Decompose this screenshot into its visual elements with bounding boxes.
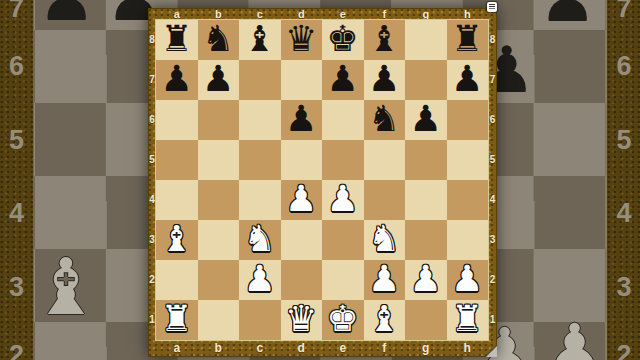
piece-white-pawn-c2[interactable]: ♟ bbox=[244, 259, 276, 299]
square-d7[interactable] bbox=[281, 60, 323, 100]
chess-board: abcdefgh abcdefgh 87654321 87654321 ♜♞♝♛… bbox=[148, 8, 497, 357]
square-f7[interactable]: ♟ bbox=[364, 60, 406, 100]
rank-label-right-5: 5 bbox=[488, 140, 497, 180]
square-h5[interactable] bbox=[447, 140, 489, 180]
square-b7[interactable]: ♟ bbox=[198, 60, 240, 100]
square-g4[interactable] bbox=[405, 180, 447, 220]
square-g2[interactable]: ♟ bbox=[405, 260, 447, 300]
square-h1[interactable]: ♜ bbox=[447, 300, 489, 340]
file-label-bottom-d: d bbox=[281, 340, 323, 357]
square-a2[interactable] bbox=[156, 260, 198, 300]
file-label-bottom-a: a bbox=[156, 340, 198, 357]
bg-black-pawn-h7: ♟ bbox=[539, 0, 596, 31]
resize-grip-icon[interactable] bbox=[486, 346, 497, 357]
piece-black-queen-d8[interactable]: ♛ bbox=[285, 19, 317, 59]
file-label-top-g: g bbox=[405, 8, 447, 20]
square-g7[interactable] bbox=[405, 60, 447, 100]
piece-white-bishop-a3[interactable]: ♝ bbox=[161, 219, 193, 259]
square-h7[interactable]: ♟ bbox=[447, 60, 489, 100]
bg-black-pawn-a7: ♟ bbox=[38, 0, 95, 30]
square-f5[interactable] bbox=[364, 140, 406, 180]
square-c2[interactable]: ♟ bbox=[239, 260, 281, 300]
piece-white-king-e1[interactable]: ♚ bbox=[327, 299, 359, 339]
square-d3[interactable] bbox=[281, 220, 323, 260]
file-label-bottom-h: h bbox=[447, 340, 489, 357]
piece-white-pawn-d4[interactable]: ♟ bbox=[285, 179, 317, 219]
file-label-bottom-b: b bbox=[198, 340, 240, 357]
square-c7[interactable] bbox=[239, 60, 281, 100]
piece-white-pawn-g2[interactable]: ♟ bbox=[410, 259, 442, 299]
file-label-bottom-f: f bbox=[364, 340, 406, 357]
square-b6[interactable] bbox=[198, 100, 240, 140]
bg-rank-label-right-7: 7 bbox=[607, 0, 640, 23]
square-e8[interactable]: ♚ bbox=[322, 20, 364, 60]
bg-rank-label-left-3: 3 bbox=[0, 272, 33, 302]
square-d6[interactable]: ♟ bbox=[281, 100, 323, 140]
square-h2[interactable]: ♟ bbox=[447, 260, 489, 300]
piece-black-knight-f6[interactable]: ♞ bbox=[368, 99, 400, 139]
piece-black-king-e8[interactable]: ♚ bbox=[327, 19, 359, 59]
bg-white-bishop-a3: ♝ bbox=[31, 248, 101, 326]
rank-label-right-1: 1 bbox=[488, 300, 497, 340]
file-label-bottom-g: g bbox=[405, 340, 447, 357]
rank-labels-left: 87654321 bbox=[148, 20, 156, 340]
square-h3[interactable] bbox=[447, 220, 489, 260]
piece-black-knight-b8[interactable]: ♞ bbox=[202, 19, 234, 59]
square-a8[interactable]: ♜ bbox=[156, 20, 198, 60]
rank-label-left-6: 6 bbox=[148, 100, 156, 140]
square-h6[interactable] bbox=[447, 100, 489, 140]
bg-rank-label-right-5: 5 bbox=[607, 125, 640, 155]
square-b3[interactable] bbox=[198, 220, 240, 260]
square-f3[interactable]: ♞ bbox=[364, 220, 406, 260]
square-b1[interactable] bbox=[198, 300, 240, 340]
square-f4[interactable] bbox=[364, 180, 406, 220]
square-g3[interactable] bbox=[405, 220, 447, 260]
bg-rank-label-left-6: 6 bbox=[0, 51, 33, 81]
bg-rank-label-left-4: 4 bbox=[0, 198, 33, 228]
square-h8[interactable]: ♜ bbox=[447, 20, 489, 60]
rank-label-right-2: 2 bbox=[488, 260, 497, 300]
piece-black-pawn-h7[interactable]: ♟ bbox=[451, 59, 483, 99]
square-e5[interactable] bbox=[322, 140, 364, 180]
piece-black-rook-a8[interactable]: ♜ bbox=[161, 19, 193, 59]
square-e6[interactable] bbox=[322, 100, 364, 140]
square-e7[interactable]: ♟ bbox=[322, 60, 364, 100]
piece-black-pawn-e7[interactable]: ♟ bbox=[327, 59, 359, 99]
square-c4[interactable] bbox=[239, 180, 281, 220]
rank-label-right-7: 7 bbox=[488, 60, 497, 100]
square-c8[interactable]: ♝ bbox=[239, 20, 281, 60]
square-e2[interactable] bbox=[322, 260, 364, 300]
square-c5[interactable] bbox=[239, 140, 281, 180]
piece-black-pawn-a7[interactable]: ♟ bbox=[161, 59, 193, 99]
square-a6[interactable] bbox=[156, 100, 198, 140]
bg-white-pawn-h2: ♟ bbox=[545, 316, 604, 360]
square-f1[interactable]: ♝ bbox=[364, 300, 406, 340]
rank-label-left-1: 1 bbox=[148, 300, 156, 340]
piece-white-rook-h1[interactable]: ♜ bbox=[451, 299, 483, 339]
piece-black-bishop-c8[interactable]: ♝ bbox=[244, 19, 276, 59]
piece-white-queen-d1[interactable]: ♛ bbox=[285, 299, 317, 339]
square-g6[interactable]: ♟ bbox=[405, 100, 447, 140]
background-left-frame: 765432 bbox=[0, 0, 34, 360]
background-right-frame: 765432 bbox=[606, 0, 640, 360]
piece-white-bishop-f1[interactable]: ♝ bbox=[368, 299, 400, 339]
rank-labels-right: 87654321 bbox=[488, 20, 497, 340]
bg-rank-label-left-7: 7 bbox=[0, 0, 33, 23]
piece-black-pawn-b7[interactable]: ♟ bbox=[202, 59, 234, 99]
bg-rank-label-left-5: 5 bbox=[0, 125, 33, 155]
piece-black-pawn-d6[interactable]: ♟ bbox=[285, 99, 317, 139]
piece-white-knight-f3[interactable]: ♞ bbox=[368, 219, 400, 259]
rank-label-right-8: 8 bbox=[488, 20, 497, 60]
bg-rank-label-right-6: 6 bbox=[607, 51, 640, 81]
square-b5[interactable] bbox=[198, 140, 240, 180]
piece-white-rook-a1[interactable]: ♜ bbox=[161, 299, 193, 339]
square-e3[interactable] bbox=[322, 220, 364, 260]
square-a5[interactable] bbox=[156, 140, 198, 180]
square-g8[interactable] bbox=[405, 20, 447, 60]
bg-rank-label-right-3: 3 bbox=[607, 272, 640, 302]
square-b2[interactable] bbox=[198, 260, 240, 300]
square-d4[interactable]: ♟ bbox=[281, 180, 323, 220]
window-menu-icon[interactable] bbox=[487, 2, 497, 12]
board-grid: ♜♞♝♛♚♝♜♟♟♟♟♟♟♞♟♟♟♝♞♞♟♟♟♟♜♛♚♝♜ bbox=[156, 20, 488, 340]
square-b8[interactable]: ♞ bbox=[198, 20, 240, 60]
square-f8[interactable]: ♝ bbox=[364, 20, 406, 60]
rank-label-right-6: 6 bbox=[488, 100, 497, 140]
rank-label-left-4: 4 bbox=[148, 180, 156, 220]
square-d2[interactable] bbox=[281, 260, 323, 300]
piece-black-pawn-g6[interactable]: ♟ bbox=[410, 99, 442, 139]
square-d5[interactable] bbox=[281, 140, 323, 180]
square-c6[interactable] bbox=[239, 100, 281, 140]
rank-label-left-8: 8 bbox=[148, 20, 156, 60]
square-b4[interactable] bbox=[198, 180, 240, 220]
rank-label-left-2: 2 bbox=[148, 260, 156, 300]
piece-black-pawn-f7[interactable]: ♟ bbox=[368, 59, 400, 99]
square-f6[interactable]: ♞ bbox=[364, 100, 406, 140]
piece-black-rook-h8[interactable]: ♜ bbox=[451, 19, 483, 59]
video-frame: 765432 765432 ♟♟♟♟♝♟♟ abcdefgh abcdefgh … bbox=[0, 0, 640, 360]
piece-white-pawn-f2[interactable]: ♟ bbox=[368, 259, 400, 299]
piece-white-knight-c3[interactable]: ♞ bbox=[244, 219, 276, 259]
rank-label-right-3: 3 bbox=[488, 220, 497, 260]
square-c1[interactable] bbox=[239, 300, 281, 340]
piece-white-pawn-h2[interactable]: ♟ bbox=[451, 259, 483, 299]
square-e1[interactable]: ♚ bbox=[322, 300, 364, 340]
bg-rank-label-right-4: 4 bbox=[607, 198, 640, 228]
rank-label-left-3: 3 bbox=[148, 220, 156, 260]
square-g5[interactable] bbox=[405, 140, 447, 180]
piece-white-pawn-e4[interactable]: ♟ bbox=[327, 179, 359, 219]
square-g1[interactable] bbox=[405, 300, 447, 340]
file-labels-bottom: abcdefgh bbox=[156, 340, 488, 357]
square-d8[interactable]: ♛ bbox=[281, 20, 323, 60]
square-c3[interactable]: ♞ bbox=[239, 220, 281, 260]
square-a1[interactable]: ♜ bbox=[156, 300, 198, 340]
rank-label-left-5: 5 bbox=[148, 140, 156, 180]
square-a7[interactable]: ♟ bbox=[156, 60, 198, 100]
square-e4[interactable]: ♟ bbox=[322, 180, 364, 220]
bg-rank-label-left-2: 2 bbox=[0, 340, 33, 360]
rank-label-right-4: 4 bbox=[488, 180, 497, 220]
square-h4[interactable] bbox=[447, 180, 489, 220]
rank-label-left-7: 7 bbox=[148, 60, 156, 100]
square-a4[interactable] bbox=[156, 180, 198, 220]
piece-black-bishop-f8[interactable]: ♝ bbox=[368, 19, 400, 59]
square-f2[interactable]: ♟ bbox=[364, 260, 406, 300]
file-label-bottom-e: e bbox=[322, 340, 364, 357]
square-d1[interactable]: ♛ bbox=[281, 300, 323, 340]
file-label-bottom-c: c bbox=[239, 340, 281, 357]
bg-rank-label-right-2: 2 bbox=[607, 340, 640, 360]
square-a3[interactable]: ♝ bbox=[156, 220, 198, 260]
